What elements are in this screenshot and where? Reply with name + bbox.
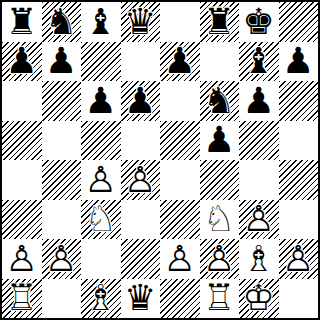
white-rook[interactable]: ♖ [200,279,240,319]
square-b1[interactable] [42,279,82,319]
square-d5[interactable] [121,121,161,161]
square-d1[interactable]: ♛ [121,279,161,319]
square-e5[interactable] [160,121,200,161]
square-g3[interactable]: ♟♙ [239,200,279,240]
white-knight[interactable]: ♘ [200,200,240,240]
white-pawn[interactable]: ♙ [81,160,121,200]
square-h3[interactable] [279,200,319,240]
square-g2[interactable]: ♝♗ [239,239,279,279]
chess-board: ♜♞♝♛♜♚♟♟♟♝♟♟♟♞♟♟♟♙♟♙♞♘♞♘♟♙♟♙♟♙♟♙♟♙♝♗♟♙♜♖… [0,0,320,320]
white-knight[interactable]: ♘ [81,200,121,240]
square-e4[interactable] [160,160,200,200]
square-d8[interactable]: ♛ [121,2,161,42]
square-f7[interactable] [200,42,240,82]
black-king[interactable]: ♚ [239,2,279,42]
square-f3[interactable]: ♞♘ [200,200,240,240]
square-d3[interactable] [121,200,161,240]
white-pawn[interactable]: ♙ [42,239,82,279]
square-a2[interactable]: ♟♙ [2,239,42,279]
white-pawn[interactable]: ♙ [2,239,42,279]
square-f8[interactable]: ♜ [200,2,240,42]
square-c3[interactable]: ♞♘ [81,200,121,240]
square-e1[interactable] [160,279,200,319]
square-c6[interactable]: ♟ [81,81,121,121]
square-b8[interactable]: ♞ [42,2,82,42]
square-h5[interactable] [279,121,319,161]
square-b3[interactable] [42,200,82,240]
square-g7[interactable]: ♝ [239,42,279,82]
black-pawn[interactable]: ♟ [2,42,42,82]
square-d2[interactable] [121,239,161,279]
square-a6[interactable] [2,81,42,121]
black-rook[interactable]: ♜ [200,2,240,42]
square-d7[interactable] [121,42,161,82]
white-pawn[interactable]: ♙ [160,239,200,279]
black-pawn[interactable]: ♟ [121,81,161,121]
square-e3[interactable] [160,200,200,240]
square-c7[interactable] [81,42,121,82]
black-knight[interactable]: ♞ [42,2,82,42]
white-bishop[interactable]: ♗ [81,279,121,319]
square-f5[interactable]: ♟ [200,121,240,161]
square-c8[interactable]: ♝ [81,2,121,42]
square-c5[interactable] [81,121,121,161]
square-h4[interactable] [279,160,319,200]
square-h7[interactable]: ♟ [279,42,319,82]
square-g4[interactable] [239,160,279,200]
square-e7[interactable]: ♟ [160,42,200,82]
black-pawn[interactable]: ♟ [81,81,121,121]
white-rook[interactable]: ♖ [2,279,42,319]
square-a4[interactable] [2,160,42,200]
square-d4[interactable]: ♟♙ [121,160,161,200]
square-a7[interactable]: ♟ [2,42,42,82]
square-a8[interactable]: ♜ [2,2,42,42]
square-f6[interactable]: ♞ [200,81,240,121]
black-knight[interactable]: ♞ [200,81,240,121]
black-rook[interactable]: ♜ [2,2,42,42]
white-pawn[interactable]: ♙ [239,200,279,240]
black-pawn[interactable]: ♟ [239,81,279,121]
white-pawn[interactable]: ♙ [279,239,319,279]
square-e6[interactable] [160,81,200,121]
square-d6[interactable]: ♟ [121,81,161,121]
white-pawn[interactable]: ♙ [121,160,161,200]
square-f1[interactable]: ♜♖ [200,279,240,319]
square-h2[interactable]: ♟♙ [279,239,319,279]
square-g1[interactable]: ♚♔ [239,279,279,319]
square-b6[interactable] [42,81,82,121]
square-c1[interactable]: ♝♗ [81,279,121,319]
square-f4[interactable] [200,160,240,200]
square-a3[interactable] [2,200,42,240]
white-bishop[interactable]: ♗ [239,239,279,279]
black-bishop[interactable]: ♝ [81,2,121,42]
square-b4[interactable] [42,160,82,200]
black-pawn[interactable]: ♟ [160,42,200,82]
chess-diagram: ♜♞♝♛♜♚♟♟♟♝♟♟♟♞♟♟♟♙♟♙♞♘♞♘♟♙♟♙♟♙♟♙♟♙♝♗♟♙♜♖… [0,0,320,320]
black-bishop[interactable]: ♝ [239,42,279,82]
black-pawn[interactable]: ♟ [200,121,240,161]
square-f2[interactable]: ♟♙ [200,239,240,279]
square-c4[interactable]: ♟♙ [81,160,121,200]
square-b5[interactable] [42,121,82,161]
square-g5[interactable] [239,121,279,161]
black-pawn[interactable]: ♟ [42,42,82,82]
black-queen[interactable]: ♛ [121,2,161,42]
square-g6[interactable]: ♟ [239,81,279,121]
white-pawn[interactable]: ♙ [200,239,240,279]
square-c2[interactable] [81,239,121,279]
square-h8[interactable] [279,2,319,42]
square-b7[interactable]: ♟ [42,42,82,82]
square-a5[interactable] [2,121,42,161]
square-b2[interactable]: ♟♙ [42,239,82,279]
black-queen[interactable]: ♛ [121,279,161,319]
square-h6[interactable] [279,81,319,121]
square-h1[interactable] [279,279,319,319]
square-e8[interactable] [160,2,200,42]
square-g8[interactable]: ♚ [239,2,279,42]
black-pawn[interactable]: ♟ [279,42,319,82]
white-king[interactable]: ♔ [239,279,279,319]
square-e2[interactable]: ♟♙ [160,239,200,279]
square-a1[interactable]: ♜♖ [2,279,42,319]
